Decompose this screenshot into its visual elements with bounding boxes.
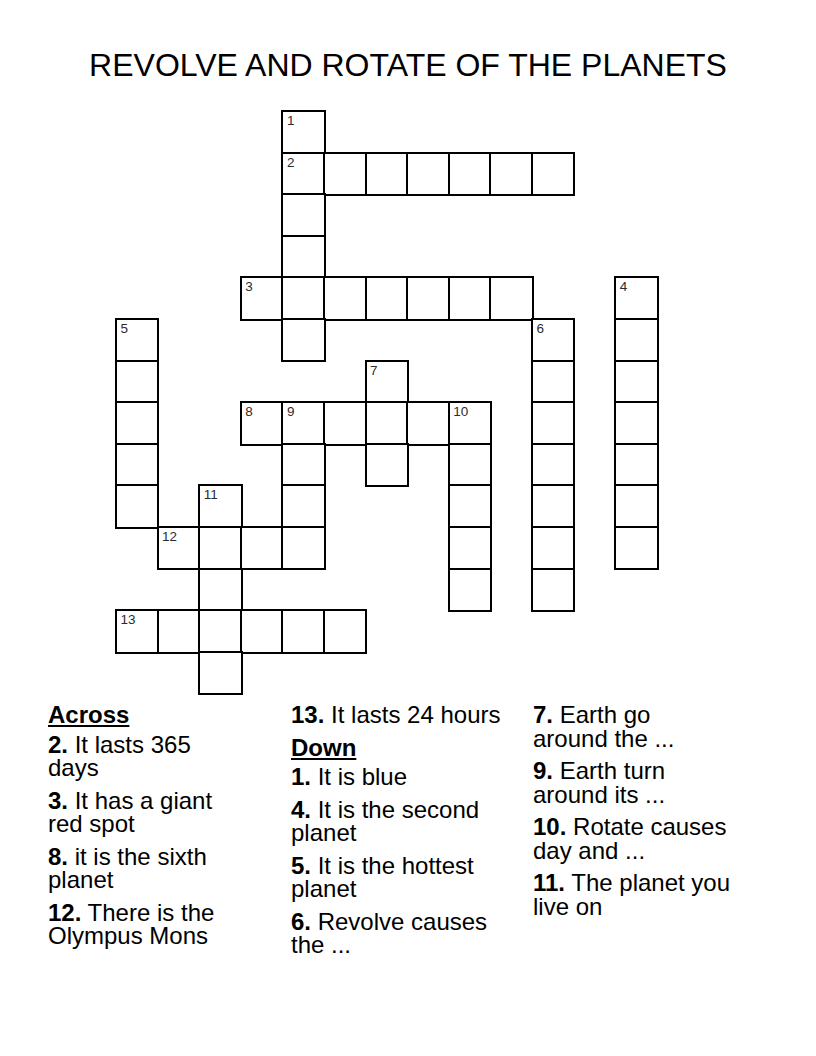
- clues-column-1: Across 2. It lasts 365 days 3. It has a …: [48, 703, 233, 957]
- cell-number-3: 3: [245, 280, 253, 294]
- clue-across-3: 3. It has a giant red spot: [48, 789, 228, 836]
- crossword-grid: 12345678910111213: [115, 110, 660, 696]
- grid-cell-r2c4[interactable]: [281, 193, 325, 237]
- grid-cell-r12c1[interactable]: [157, 609, 201, 653]
- grid-cell-r9c4[interactable]: [281, 484, 325, 528]
- cell-number-8: 8: [245, 405, 253, 419]
- cell-number-10: 10: [453, 405, 468, 419]
- grid-cell-r10c3[interactable]: [240, 526, 284, 570]
- cell-number-11: 11: [204, 488, 218, 502]
- cell-number-6: 6: [537, 322, 545, 336]
- down-heading: Down: [291, 736, 519, 760]
- grid-cell-r10c12[interactable]: [614, 526, 658, 570]
- grid-cell-r6c10[interactable]: [531, 360, 575, 404]
- clue-across-2: 2. It lasts 365 days: [48, 733, 228, 780]
- grid-cell-r11c10[interactable]: [531, 568, 575, 612]
- clue-across-8: 8. it is the sixth planet: [48, 845, 228, 892]
- grid-cell-r7c5[interactable]: [323, 401, 367, 445]
- grid-cell-r4c5[interactable]: [323, 276, 367, 320]
- grid-cell-r10c1[interactable]: 12: [157, 526, 201, 570]
- grid-cell-r7c7[interactable]: [406, 401, 450, 445]
- cell-number-9: 9: [287, 405, 295, 419]
- grid-cell-r4c9[interactable]: [489, 276, 533, 320]
- grid-cell-r8c6[interactable]: [365, 443, 409, 487]
- grid-cell-r7c3[interactable]: 8: [240, 401, 284, 445]
- grid-cell-r4c6[interactable]: [365, 276, 409, 320]
- grid-cell-r9c0[interactable]: [115, 484, 159, 528]
- grid-cell-r9c2[interactable]: 11: [198, 484, 242, 528]
- grid-cell-r4c12[interactable]: 4: [614, 276, 658, 320]
- grid-cell-r1c9[interactable]: [489, 152, 533, 196]
- clue-down-10: 10. Rotate causes day and ...: [533, 815, 743, 862]
- grid-cell-r3c4[interactable]: [281, 235, 325, 279]
- grid-cell-r7c12[interactable]: [614, 401, 658, 445]
- grid-cell-r6c12[interactable]: [614, 360, 658, 404]
- grid-cell-r6c0[interactable]: [115, 360, 159, 404]
- grid-cell-r11c8[interactable]: [448, 568, 492, 612]
- grid-cell-r12c5[interactable]: [323, 609, 367, 653]
- grid-cell-r8c4[interactable]: [281, 443, 325, 487]
- grid-cell-r8c12[interactable]: [614, 443, 658, 487]
- clue-down-11: 11. The planet you live on: [533, 871, 753, 918]
- grid-cell-r9c12[interactable]: [614, 484, 658, 528]
- clue-down-7: 7. Earth go around the ...: [533, 703, 693, 750]
- clue-down-5: 5. It is the hottest planet: [291, 854, 511, 901]
- grid-cell-r4c3[interactable]: 3: [240, 276, 284, 320]
- grid-cell-r11c2[interactable]: [198, 568, 242, 612]
- grid-cell-r10c8[interactable]: [448, 526, 492, 570]
- grid-cell-r6c6[interactable]: 7: [365, 360, 409, 404]
- grid-cell-r12c3[interactable]: [240, 609, 284, 653]
- grid-cell-r8c10[interactable]: [531, 443, 575, 487]
- clue-down-6: 6. Revolve causes the ...: [291, 910, 511, 957]
- clue-down-4: 4. It is the second planet: [291, 798, 511, 845]
- grid-cell-r10c4[interactable]: [281, 526, 325, 570]
- grid-cell-r9c10[interactable]: [531, 484, 575, 528]
- grid-cell-r7c10[interactable]: [531, 401, 575, 445]
- cell-number-4: 4: [620, 280, 628, 294]
- clue-across-13: 13. It lasts 24 hours: [291, 703, 511, 727]
- grid-cell-r1c5[interactable]: [323, 152, 367, 196]
- grid-cell-r4c8[interactable]: [448, 276, 492, 320]
- cell-number-13: 13: [121, 613, 136, 627]
- grid-cell-r5c4[interactable]: [281, 318, 325, 362]
- grid-cell-r1c8[interactable]: [448, 152, 492, 196]
- grid-cell-r7c8[interactable]: 10: [448, 401, 492, 445]
- across-heading: Across: [48, 703, 233, 727]
- grid-cell-r12c0[interactable]: 13: [115, 609, 159, 653]
- grid-cell-r5c10[interactable]: 6: [531, 318, 575, 362]
- cell-number-5: 5: [121, 322, 129, 336]
- grid-cell-r7c6[interactable]: [365, 401, 409, 445]
- grid-cell-r4c7[interactable]: [406, 276, 450, 320]
- grid-cell-r5c0[interactable]: 5: [115, 318, 159, 362]
- clues-column-3: 7. Earth go around the ... 9. Earth turn…: [533, 703, 757, 927]
- grid-cell-r7c0[interactable]: [115, 401, 159, 445]
- cell-number-2: 2: [287, 156, 295, 170]
- grid-cell-r9c8[interactable]: [448, 484, 492, 528]
- grid-cell-r12c2[interactable]: [198, 609, 242, 653]
- grid-cell-r8c8[interactable]: [448, 443, 492, 487]
- grid-cell-r12c4[interactable]: [281, 609, 325, 653]
- page-title: REVOLVE AND ROTATE OF THE PLANETS: [0, 47, 816, 83]
- grid-cell-r10c2[interactable]: [198, 526, 242, 570]
- grid-cell-r1c10[interactable]: [531, 152, 575, 196]
- grid-cell-r1c6[interactable]: [365, 152, 409, 196]
- grid-cell-r10c10[interactable]: [531, 526, 575, 570]
- grid-cell-r4c4[interactable]: [281, 276, 325, 320]
- clue-down-9: 9. Earth turn around its ...: [533, 759, 703, 806]
- clue-down-1: 1. It is blue: [291, 765, 511, 789]
- grid-cell-r1c7[interactable]: [406, 152, 450, 196]
- cell-number-1: 1: [287, 114, 295, 128]
- grid-cell-r8c0[interactable]: [115, 443, 159, 487]
- clue-across-12: 12. There is the Olympus Mons: [48, 901, 228, 948]
- cell-number-7: 7: [370, 364, 378, 378]
- grid-cell-r5c12[interactable]: [614, 318, 658, 362]
- grid-cell-r1c4[interactable]: 2: [281, 152, 325, 196]
- cell-number-12: 12: [162, 530, 177, 544]
- clues-column-2: 13. It lasts 24 hours Down 1. It is blue…: [291, 703, 519, 966]
- grid-cell-r7c4[interactable]: 9: [281, 401, 325, 445]
- grid-cell-r13c2[interactable]: [198, 651, 242, 695]
- grid-cell-r0c4[interactable]: 1: [281, 110, 325, 154]
